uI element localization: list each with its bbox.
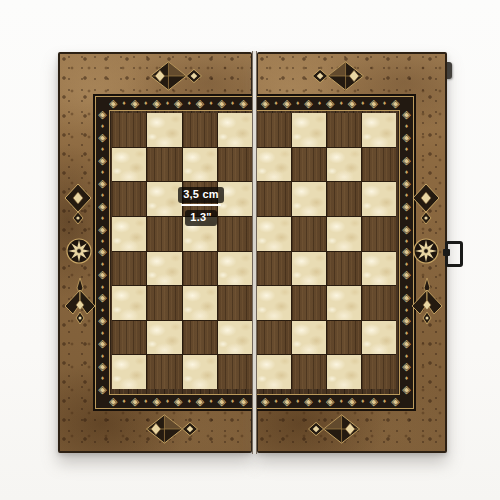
- mosaic-dot-icon: ♦: [230, 395, 234, 408]
- square-e6: [257, 182, 291, 216]
- mosaic-diamond-icon: ◈: [348, 395, 356, 408]
- mosaic-diamond-icon: ◈: [283, 97, 291, 110]
- square-e1: [257, 355, 291, 389]
- mosaic-border-left: ◈♦◈♦◈♦◈♦◈♦◈♦◈♦◈♦◈♦◈♦◈♦◈♦◈: [96, 110, 109, 395]
- star-inlay-icon: [66, 238, 92, 268]
- mosaic-diamond-icon: ◈: [98, 385, 106, 395]
- square-b8: [147, 113, 181, 147]
- mosaic-dot-icon: ♦: [100, 353, 104, 359]
- square-f7: [292, 148, 326, 182]
- mosaic-diamond-icon: ◈: [98, 156, 106, 166]
- mosaic-diamond-icon: ◈: [218, 97, 226, 110]
- square-f8: [292, 113, 326, 147]
- clasp-loop: [445, 241, 463, 267]
- chessboard-left-half: [112, 113, 252, 389]
- square-d3: [218, 286, 252, 320]
- square-c3: [183, 286, 217, 320]
- mosaic-diamond-icon: ◈: [98, 202, 106, 212]
- mosaic-dot-icon: ♦: [144, 97, 148, 110]
- square-b2: [147, 321, 181, 355]
- square-d1: [218, 355, 252, 389]
- square-a6: [112, 182, 146, 216]
- square-g1: [327, 355, 361, 389]
- mosaic-dot-icon: ♦: [100, 375, 104, 381]
- fan-inlay-icon: [410, 278, 444, 330]
- size-divider-line: [181, 204, 221, 206]
- mosaic-diamond-icon: ◈: [98, 362, 106, 372]
- mosaic-dot-icon: ♦: [122, 97, 126, 110]
- mosaic-diamond-icon: ◈: [369, 97, 377, 110]
- mosaic-diamond-icon: ◈: [98, 133, 106, 143]
- square-f4: [292, 252, 326, 286]
- kite-inlay-icon: [144, 412, 200, 450]
- mosaic-diamond-icon: ◈: [174, 97, 182, 110]
- square-a8: [112, 113, 146, 147]
- mosaic-dot-icon: ♦: [144, 395, 148, 408]
- mosaic-dot-icon: ♦: [165, 395, 169, 408]
- mosaic-diamond-icon: ◈: [304, 395, 312, 408]
- square-c7: [183, 148, 217, 182]
- mosaic-dot-icon: ♦: [404, 192, 408, 198]
- square-h8: [362, 113, 396, 147]
- mosaic-dot-icon: ♦: [100, 307, 104, 313]
- mosaic-dot-icon: ♦: [404, 307, 408, 313]
- square-e4: [257, 252, 291, 286]
- square-e2: [257, 321, 291, 355]
- square-d7: [218, 148, 252, 182]
- mosaic-dot-icon: ♦: [100, 192, 104, 198]
- mosaic-diamond-icon: ◈: [402, 179, 410, 189]
- mosaic-diamond-icon: ◈: [261, 395, 269, 408]
- folding-chessboard: ◈♦◈♦◈♦◈♦◈♦◈♦◈♦◈♦◈♦◈♦◈♦◈♦◈♦◈ ◈♦◈♦◈♦◈♦◈♦◈♦…: [58, 52, 447, 453]
- mosaic-diamond-icon: ◈: [98, 110, 106, 120]
- mosaic-diamond-icon: ◈: [196, 395, 204, 408]
- mosaic-dot-icon: ♦: [100, 169, 104, 175]
- square-g3: [327, 286, 361, 320]
- product-photo-scene: ◈♦◈♦◈♦◈♦◈♦◈♦◈♦◈♦◈♦◈♦◈♦◈♦◈♦◈ ◈♦◈♦◈♦◈♦◈♦◈♦…: [0, 0, 500, 500]
- mosaic-dot-icon: ♦: [209, 395, 213, 408]
- mosaic-diamond-icon: ◈: [402, 225, 410, 235]
- square-e3: [257, 286, 291, 320]
- mosaic-dot-icon: ♦: [404, 375, 408, 381]
- square-h4: [362, 252, 396, 286]
- mosaic-diamond-icon: ◈: [261, 97, 269, 110]
- mosaic-diamond-icon: ◈: [304, 97, 312, 110]
- mosaic-diamond-icon: ◈: [402, 362, 410, 372]
- mosaic-diamond-icon: ◈: [402, 156, 410, 166]
- mosaic-dot-icon: ♦: [404, 169, 408, 175]
- mosaic-diamond-icon: ◈: [98, 339, 106, 349]
- square-b4: [147, 252, 181, 286]
- mosaic-diamond-icon: ◈: [391, 97, 399, 110]
- mosaic-dot-icon: ♦: [100, 284, 104, 290]
- square-f6: [292, 182, 326, 216]
- mosaic-diamond-icon: ◈: [402, 133, 410, 143]
- mosaic-dot-icon: ♦: [295, 97, 299, 110]
- square-g4: [327, 252, 361, 286]
- square-e5: [257, 217, 291, 251]
- kite-inlay-icon: [306, 412, 362, 450]
- square-c8: [183, 113, 217, 147]
- mosaic-dot-icon: ♦: [361, 395, 365, 408]
- mosaic-diamond-icon: ◈: [326, 395, 334, 408]
- mosaic-dot-icon: ♦: [187, 97, 191, 110]
- square-d4: [218, 252, 252, 286]
- square-g5: [327, 217, 361, 251]
- mosaic-diamond-icon: ◈: [402, 385, 410, 395]
- mosaic-diamond-icon: ◈: [369, 395, 377, 408]
- mosaic-dot-icon: ♦: [404, 123, 408, 129]
- square-d2: [218, 321, 252, 355]
- mosaic-diamond-icon: ◈: [152, 97, 160, 110]
- mosaic-diamond-icon: ◈: [391, 395, 399, 408]
- mosaic-diamond-icon: ◈: [402, 247, 410, 257]
- mosaic-diamond-icon: ◈: [98, 270, 106, 280]
- mosaic-diamond-icon: ◈: [326, 97, 334, 110]
- kite-inlay-icon: [310, 59, 366, 97]
- mosaic-dot-icon: ♦: [339, 97, 343, 110]
- mosaic-dot-icon: ♦: [404, 353, 408, 359]
- mosaic-dot-icon: ♦: [100, 146, 104, 152]
- mosaic-diamond-icon: ◈: [109, 97, 117, 110]
- star-inlay-icon: [413, 238, 439, 268]
- mosaic-diamond-icon: ◈: [239, 97, 247, 110]
- mosaic-dot-icon: ♦: [317, 395, 321, 408]
- square-h5: [362, 217, 396, 251]
- mosaic-dot-icon: ♦: [295, 395, 299, 408]
- kite-inlay-icon: [148, 59, 204, 97]
- mosaic-diamond-icon: ◈: [402, 110, 410, 120]
- mosaic-dot-icon: ♦: [404, 215, 408, 221]
- mosaic-dot-icon: ♦: [404, 261, 408, 267]
- square-f1: [292, 355, 326, 389]
- mosaic-dot-icon: ♦: [209, 97, 213, 110]
- square-a7: [112, 148, 146, 182]
- mosaic-diamond-icon: ◈: [98, 179, 106, 189]
- mosaic-dot-icon: ♦: [382, 395, 386, 408]
- mosaic-diamond-icon: ◈: [283, 395, 291, 408]
- square-h1: [362, 355, 396, 389]
- square-size-imperial: 1.3": [185, 210, 216, 226]
- mosaic-border-right: ◈♦◈♦◈♦◈♦◈♦◈♦◈♦◈♦◈♦◈♦◈♦◈♦◈: [400, 110, 413, 395]
- mosaic-dot-icon: ♦: [382, 97, 386, 110]
- mosaic-dot-icon: ♦: [317, 97, 321, 110]
- mosaic-dot-icon: ♦: [122, 395, 126, 408]
- mosaic-dot-icon: ♦: [274, 97, 278, 110]
- mosaic-diamond-icon: ◈: [402, 339, 410, 349]
- fold-seam: [252, 51, 257, 454]
- mosaic-dot-icon: ♦: [100, 123, 104, 129]
- square-h7: [362, 148, 396, 182]
- mosaic-dot-icon: ♦: [187, 395, 191, 408]
- mosaic-diamond-icon: ◈: [98, 225, 106, 235]
- square-f2: [292, 321, 326, 355]
- square-h2: [362, 321, 396, 355]
- square-a4: [112, 252, 146, 286]
- square-size-metric: 3,5 cm: [178, 187, 223, 203]
- mosaic-diamond-icon: ◈: [239, 395, 247, 408]
- square-g6: [327, 182, 361, 216]
- square-b3: [147, 286, 181, 320]
- square-c4: [183, 252, 217, 286]
- mosaic-diamond-icon: ◈: [98, 247, 106, 257]
- mosaic-diamond-icon: ◈: [98, 293, 106, 303]
- square-h3: [362, 286, 396, 320]
- mosaic-diamond-icon: ◈: [131, 395, 139, 408]
- mosaic-dot-icon: ♦: [100, 215, 104, 221]
- square-g2: [327, 321, 361, 355]
- mosaic-diamond-icon: ◈: [402, 202, 410, 212]
- square-b1: [147, 355, 181, 389]
- square-a5: [112, 217, 146, 251]
- arrow-inlay-icon: [64, 183, 92, 229]
- square-a1: [112, 355, 146, 389]
- mosaic-dot-icon: ♦: [100, 238, 104, 244]
- mosaic-dot-icon: ♦: [100, 261, 104, 267]
- square-f3: [292, 286, 326, 320]
- square-e7: [257, 148, 291, 182]
- chessboard-right-half: [257, 113, 396, 389]
- mosaic-dot-icon: ♦: [404, 284, 408, 290]
- square-h6: [362, 182, 396, 216]
- mosaic-dot-icon: ♦: [274, 395, 278, 408]
- square-b7: [147, 148, 181, 182]
- square-a2: [112, 321, 146, 355]
- mosaic-dot-icon: ♦: [165, 97, 169, 110]
- square-d8: [218, 113, 252, 147]
- mosaic-dot-icon: ♦: [100, 330, 104, 336]
- mosaic-diamond-icon: ◈: [152, 395, 160, 408]
- arrow-inlay-icon: [412, 183, 440, 229]
- mosaic-dot-icon: ♦: [339, 395, 343, 408]
- square-f5: [292, 217, 326, 251]
- metal-clasp: [443, 238, 463, 266]
- mosaic-diamond-icon: ◈: [174, 395, 182, 408]
- square-g7: [327, 148, 361, 182]
- mosaic-dot-icon: ♦: [404, 238, 408, 244]
- mosaic-diamond-icon: ◈: [348, 97, 356, 110]
- mosaic-diamond-icon: ◈: [218, 395, 226, 408]
- mosaic-diamond-icon: ◈: [109, 395, 117, 408]
- mosaic-diamond-icon: ◈: [196, 97, 204, 110]
- square-c1: [183, 355, 217, 389]
- mosaic-diamond-icon: ◈: [98, 316, 106, 326]
- square-g8: [327, 113, 361, 147]
- square-c2: [183, 321, 217, 355]
- mosaic-dot-icon: ♦: [404, 146, 408, 152]
- mosaic-dot-icon: ♦: [404, 330, 408, 336]
- mosaic-dot-icon: ♦: [230, 97, 234, 110]
- square-size-label: 3,5 cm 1.3": [170, 184, 232, 226]
- mosaic-dot-icon: ♦: [361, 97, 365, 110]
- fan-inlay-icon: [63, 278, 97, 330]
- square-a3: [112, 286, 146, 320]
- square-e8: [257, 113, 291, 147]
- mosaic-diamond-icon: ◈: [131, 97, 139, 110]
